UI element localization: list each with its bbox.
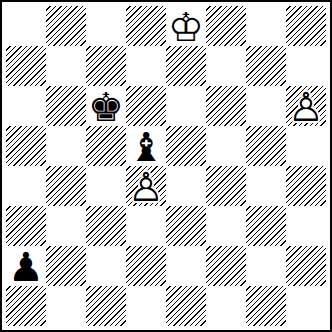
white-pawn-d4[interactable]: ♟♙ xyxy=(126,166,166,206)
square-b8[interactable] xyxy=(46,6,86,46)
square-a5[interactable] xyxy=(6,126,46,166)
white-king-e8[interactable]: ♚♔ xyxy=(166,6,206,46)
square-e8[interactable]: ♚♔ xyxy=(166,6,206,46)
white-pawn-icon: ♙ xyxy=(126,166,166,206)
square-b1[interactable] xyxy=(46,286,86,326)
square-f4[interactable] xyxy=(206,166,246,206)
square-a8[interactable] xyxy=(6,6,46,46)
square-e7[interactable] xyxy=(166,46,206,86)
square-e2[interactable] xyxy=(166,246,206,286)
square-b5[interactable] xyxy=(46,126,86,166)
square-d6[interactable] xyxy=(126,86,166,126)
white-king-icon: ♔ xyxy=(166,6,206,46)
black-bishop-d5[interactable]: ♝♝ xyxy=(126,126,166,166)
black-king-icon: ♚ xyxy=(86,86,126,126)
black-bishop-icon: ♝ xyxy=(126,126,166,166)
square-g4[interactable] xyxy=(246,166,286,206)
square-h2[interactable] xyxy=(286,246,326,286)
square-f3[interactable] xyxy=(206,206,246,246)
square-e5[interactable] xyxy=(166,126,206,166)
square-c8[interactable] xyxy=(86,6,126,46)
square-h8[interactable] xyxy=(286,6,326,46)
black-king-c6[interactable]: ♚♚ xyxy=(86,86,126,126)
square-g3[interactable] xyxy=(246,206,286,246)
square-d2[interactable] xyxy=(126,246,166,286)
square-g6[interactable] xyxy=(246,86,286,126)
square-a7[interactable] xyxy=(6,46,46,86)
square-c6[interactable]: ♚♚ xyxy=(86,86,126,126)
square-g1[interactable] xyxy=(246,286,286,326)
square-h3[interactable] xyxy=(286,206,326,246)
black-pawn-icon: ♟ xyxy=(6,246,46,286)
square-h7[interactable] xyxy=(286,46,326,86)
square-d5[interactable]: ♝♝ xyxy=(126,126,166,166)
square-c5[interactable] xyxy=(86,126,126,166)
square-g8[interactable] xyxy=(246,6,286,46)
square-b3[interactable] xyxy=(46,206,86,246)
square-a3[interactable] xyxy=(6,206,46,246)
square-h4[interactable] xyxy=(286,166,326,206)
square-a4[interactable] xyxy=(6,166,46,206)
square-d7[interactable] xyxy=(126,46,166,86)
square-e6[interactable] xyxy=(166,86,206,126)
square-f7[interactable] xyxy=(206,46,246,86)
square-b2[interactable] xyxy=(46,246,86,286)
chess-board-frame: ♚♔♚♚♟♙♝♝♟♙♟♟ xyxy=(0,0,332,332)
square-g2[interactable] xyxy=(246,246,286,286)
white-pawn-h6[interactable]: ♟♙ xyxy=(286,86,326,126)
square-c3[interactable] xyxy=(86,206,126,246)
square-e3[interactable] xyxy=(166,206,206,246)
square-d4[interactable]: ♟♙ xyxy=(126,166,166,206)
square-e4[interactable] xyxy=(166,166,206,206)
square-h5[interactable] xyxy=(286,126,326,166)
square-a6[interactable] xyxy=(6,86,46,126)
square-f8[interactable] xyxy=(206,6,246,46)
square-b6[interactable] xyxy=(46,86,86,126)
black-pawn-a2[interactable]: ♟♟ xyxy=(6,246,46,286)
square-h1[interactable] xyxy=(286,286,326,326)
square-a2[interactable]: ♟♟ xyxy=(6,246,46,286)
square-f5[interactable] xyxy=(206,126,246,166)
square-d1[interactable] xyxy=(126,286,166,326)
square-c7[interactable] xyxy=(86,46,126,86)
square-g5[interactable] xyxy=(246,126,286,166)
square-b4[interactable] xyxy=(46,166,86,206)
square-c1[interactable] xyxy=(86,286,126,326)
square-f1[interactable] xyxy=(206,286,246,326)
square-b7[interactable] xyxy=(46,46,86,86)
square-e1[interactable] xyxy=(166,286,206,326)
square-c2[interactable] xyxy=(86,246,126,286)
square-c4[interactable] xyxy=(86,166,126,206)
square-g7[interactable] xyxy=(246,46,286,86)
chess-board: ♚♔♚♚♟♙♝♝♟♙♟♟ xyxy=(6,6,326,326)
square-f6[interactable] xyxy=(206,86,246,126)
square-d8[interactable] xyxy=(126,6,166,46)
square-a1[interactable] xyxy=(6,286,46,326)
white-pawn-icon: ♙ xyxy=(286,86,326,126)
square-d3[interactable] xyxy=(126,206,166,246)
square-h6[interactable]: ♟♙ xyxy=(286,86,326,126)
square-f2[interactable] xyxy=(206,246,246,286)
